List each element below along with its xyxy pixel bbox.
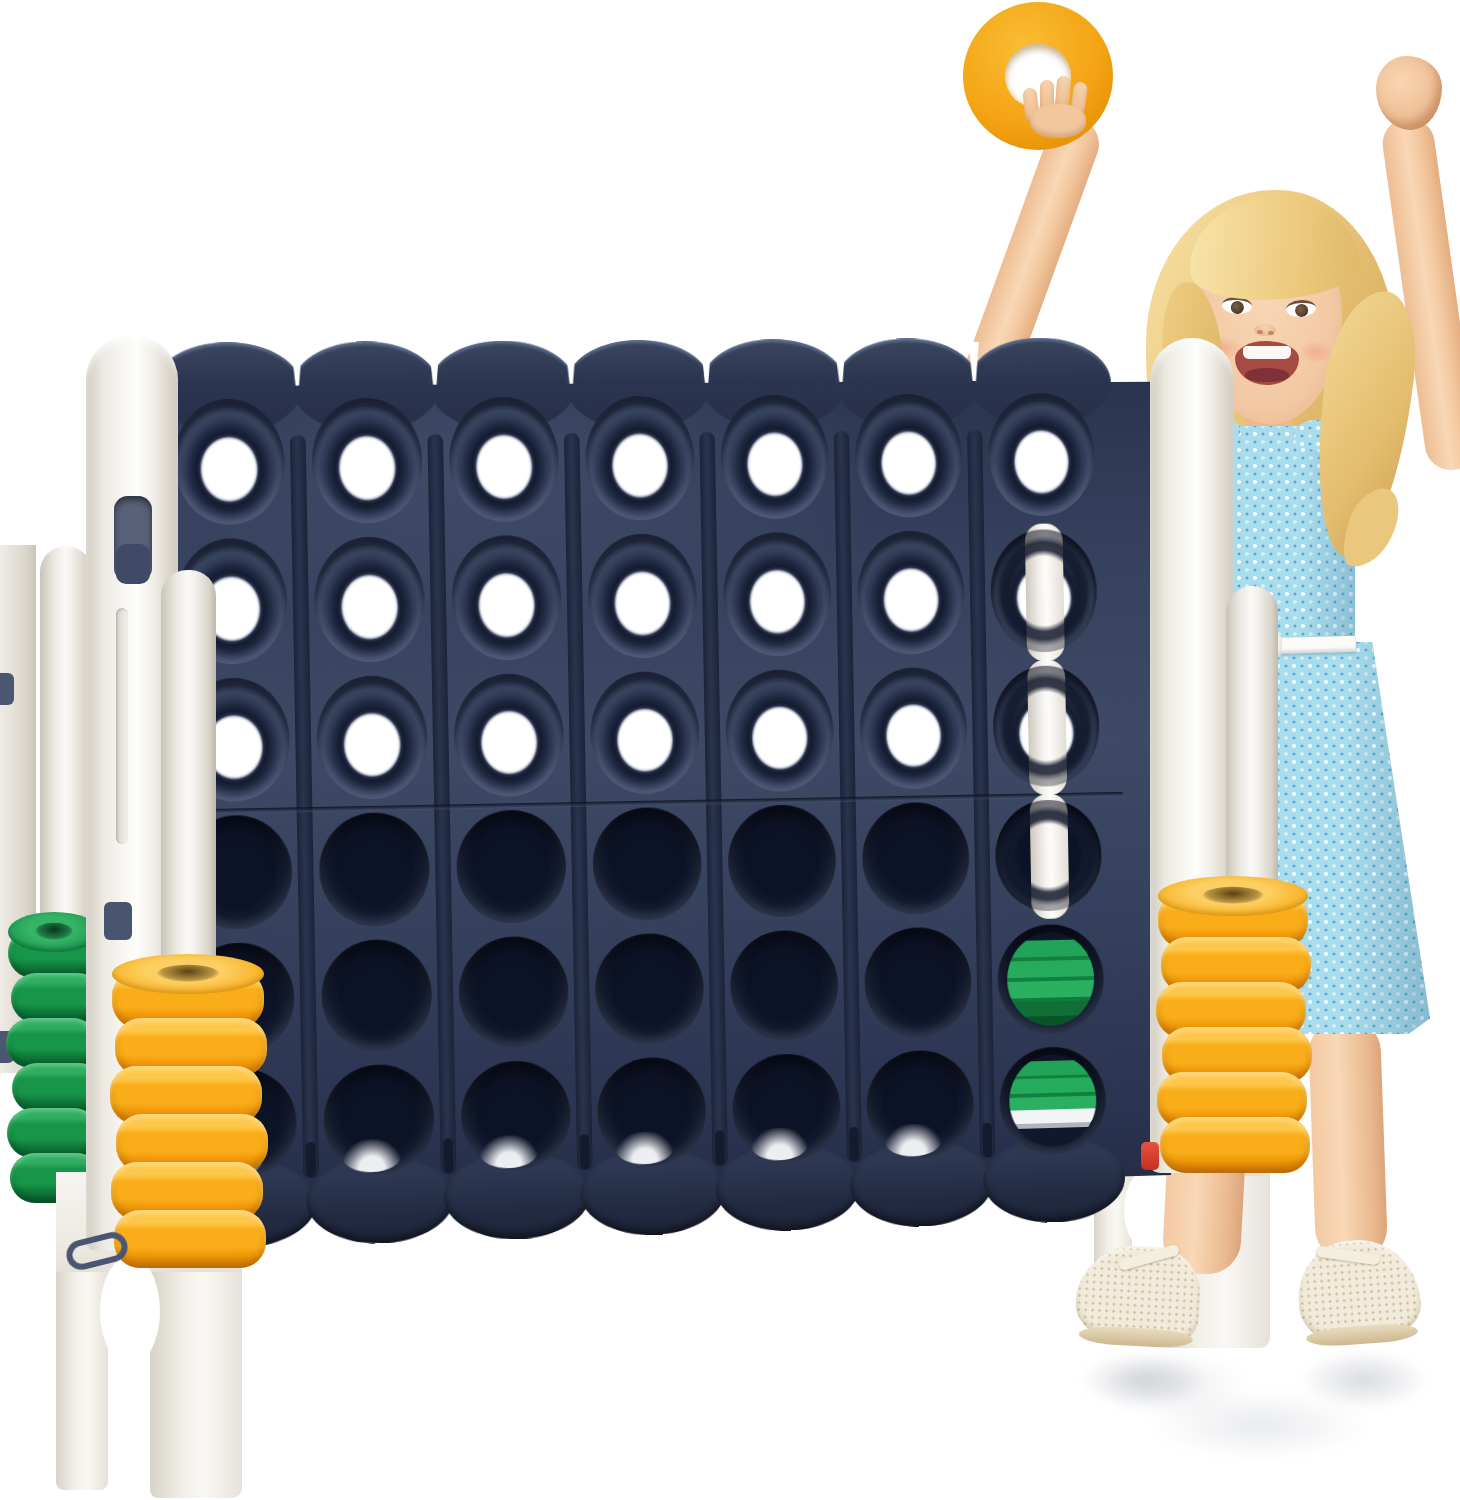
hole-col4-row6-empty (597, 1056, 707, 1167)
hole-col7-row4-empty (995, 799, 1103, 912)
slide-release-knob[interactable] (116, 544, 150, 584)
hole-col5-row6-empty (732, 1053, 841, 1164)
girl-nostril (1257, 330, 1263, 334)
leg-arch-cutout (100, 1256, 160, 1366)
hole-col2-row6-empty (323, 1063, 435, 1175)
floor-reflection (1100, 1350, 1250, 1420)
hole-col2-row3-empty (316, 675, 428, 800)
red-release-latch[interactable] (1141, 1142, 1159, 1170)
yellow-disc (1160, 1117, 1310, 1173)
hole-col5-row3-empty (725, 669, 835, 792)
hole-col4-row1-empty (585, 396, 696, 521)
hole-col4-row5-empty (594, 932, 704, 1045)
hole-col3-row3-empty (453, 673, 564, 797)
hole-col5-row4-empty (727, 804, 836, 918)
hole-col2-row5-empty (321, 939, 433, 1053)
hole-col3-row2-empty (451, 535, 562, 661)
hole-col6-row6-empty (866, 1049, 974, 1159)
hole-col3-row4-empty (456, 809, 567, 924)
hole-col7-row5-green-disc (997, 923, 1105, 1035)
hole-col5-row1-empty (720, 395, 830, 520)
girl-right-leg (1308, 1017, 1388, 1263)
right-storage-pole (1226, 586, 1278, 916)
hole-col7-row2-empty (990, 529, 1098, 653)
hole-col7-row3-empty (992, 665, 1100, 787)
girl-palm (1030, 104, 1086, 138)
girl-nostril (1268, 331, 1274, 335)
hole-col5-row5-empty (729, 929, 838, 1041)
board-grid (172, 386, 1107, 1190)
yellow-stack-top-surface (1158, 876, 1308, 916)
hole-col5-row2-empty (722, 532, 832, 657)
post-clip (104, 902, 132, 940)
post-groove (116, 608, 128, 844)
hole-col6-row3-empty (859, 667, 968, 790)
hole-col4-row4-empty (592, 807, 702, 921)
left-front-storage-pole (161, 570, 216, 990)
frame-connector-tab (0, 673, 14, 705)
hole-col3-row1-empty (448, 397, 559, 523)
hole-col7-row1-empty (987, 393, 1095, 517)
green-disc (6, 1018, 98, 1068)
left-rear-storage-pole (40, 546, 92, 956)
hole-col4-row3-empty (590, 671, 700, 795)
hole-col6-row2-empty (857, 530, 966, 654)
yellow-stack-top-surface (112, 954, 264, 994)
hole-col2-row1-empty (311, 398, 423, 524)
hole-col3-row6-empty (460, 1060, 571, 1172)
hole-col7-row6-green-disc (999, 1046, 1107, 1156)
leg-front-foot (150, 1272, 242, 1498)
hole-col2-row4-empty (318, 812, 430, 927)
hole-col6-row5-empty (864, 926, 973, 1038)
hole-col3-row5-empty (458, 935, 569, 1048)
hole-col6-row1-empty (854, 394, 963, 518)
hole-col2-row2-empty (313, 536, 425, 662)
yellow-disc (114, 1210, 266, 1268)
hole-col6-row4-empty (861, 802, 970, 916)
hole-col1-row1-empty (172, 399, 285, 526)
girl-right-fist (1376, 56, 1442, 130)
hole-col4-row2-empty (587, 533, 698, 658)
